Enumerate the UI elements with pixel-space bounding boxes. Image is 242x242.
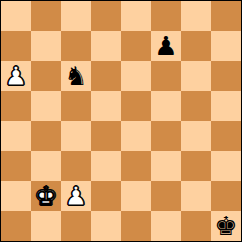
square-b4[interactable] <box>31 121 61 151</box>
square-h4[interactable] <box>211 121 241 151</box>
square-a7[interactable] <box>1 31 31 61</box>
square-g8[interactable] <box>181 1 211 31</box>
square-c4[interactable] <box>61 121 91 151</box>
square-d8[interactable] <box>91 1 121 31</box>
black-knight[interactable]: ♞ <box>64 61 87 91</box>
square-h7[interactable] <box>211 31 241 61</box>
square-b6[interactable] <box>31 61 61 91</box>
square-c1[interactable] <box>61 211 91 241</box>
square-f3[interactable] <box>151 151 181 181</box>
square-c5[interactable] <box>61 91 91 121</box>
square-a5[interactable] <box>1 91 31 121</box>
square-a1[interactable] <box>1 211 31 241</box>
white-pawn[interactable]: ♟ <box>64 181 87 211</box>
square-a6[interactable]: ♟ <box>1 61 31 91</box>
square-f6[interactable] <box>151 61 181 91</box>
square-f1[interactable] <box>151 211 181 241</box>
square-f8[interactable] <box>151 1 181 31</box>
square-e4[interactable] <box>121 121 151 151</box>
square-c8[interactable] <box>61 1 91 31</box>
square-h5[interactable] <box>211 91 241 121</box>
square-b5[interactable] <box>31 91 61 121</box>
square-a2[interactable] <box>1 181 31 211</box>
square-h6[interactable] <box>211 61 241 91</box>
square-b7[interactable] <box>31 31 61 61</box>
square-g6[interactable] <box>181 61 211 91</box>
square-g1[interactable] <box>181 211 211 241</box>
square-d2[interactable] <box>91 181 121 211</box>
square-a3[interactable] <box>1 151 31 181</box>
square-c3[interactable] <box>61 151 91 181</box>
black-pawn[interactable]: ♟ <box>154 31 177 61</box>
white-pawn[interactable]: ♟ <box>4 61 27 91</box>
square-d7[interactable] <box>91 31 121 61</box>
square-d6[interactable] <box>91 61 121 91</box>
square-c6[interactable]: ♞ <box>61 61 91 91</box>
square-f7[interactable]: ♟ <box>151 31 181 61</box>
square-a8[interactable] <box>1 1 31 31</box>
square-g5[interactable] <box>181 91 211 121</box>
square-h1[interactable]: ♚ <box>211 211 241 241</box>
square-e2[interactable] <box>121 181 151 211</box>
square-b8[interactable] <box>31 1 61 31</box>
black-king[interactable]: ♚ <box>214 211 237 241</box>
square-f2[interactable] <box>151 181 181 211</box>
square-g2[interactable] <box>181 181 211 211</box>
square-e7[interactable] <box>121 31 151 61</box>
square-g4[interactable] <box>181 121 211 151</box>
square-e6[interactable] <box>121 61 151 91</box>
square-c2[interactable]: ♟ <box>61 181 91 211</box>
square-d5[interactable] <box>91 91 121 121</box>
square-d1[interactable] <box>91 211 121 241</box>
square-a4[interactable] <box>1 121 31 151</box>
square-e3[interactable] <box>121 151 151 181</box>
square-b2[interactable]: ♚ <box>31 181 61 211</box>
square-h3[interactable] <box>211 151 241 181</box>
square-d3[interactable] <box>91 151 121 181</box>
chess-board: ♟♟♞♚♟♚ <box>1 1 241 241</box>
square-g7[interactable] <box>181 31 211 61</box>
square-c7[interactable] <box>61 31 91 61</box>
square-e8[interactable] <box>121 1 151 31</box>
square-f4[interactable] <box>151 121 181 151</box>
square-b3[interactable] <box>31 151 61 181</box>
white-king[interactable]: ♚ <box>34 181 57 211</box>
square-b1[interactable] <box>31 211 61 241</box>
square-f5[interactable] <box>151 91 181 121</box>
square-h2[interactable] <box>211 181 241 211</box>
square-g3[interactable] <box>181 151 211 181</box>
square-e1[interactable] <box>121 211 151 241</box>
square-d4[interactable] <box>91 121 121 151</box>
square-h8[interactable] <box>211 1 241 31</box>
chess-board-frame: ♟♟♞♚♟♚ <box>0 0 242 242</box>
square-e5[interactable] <box>121 91 151 121</box>
